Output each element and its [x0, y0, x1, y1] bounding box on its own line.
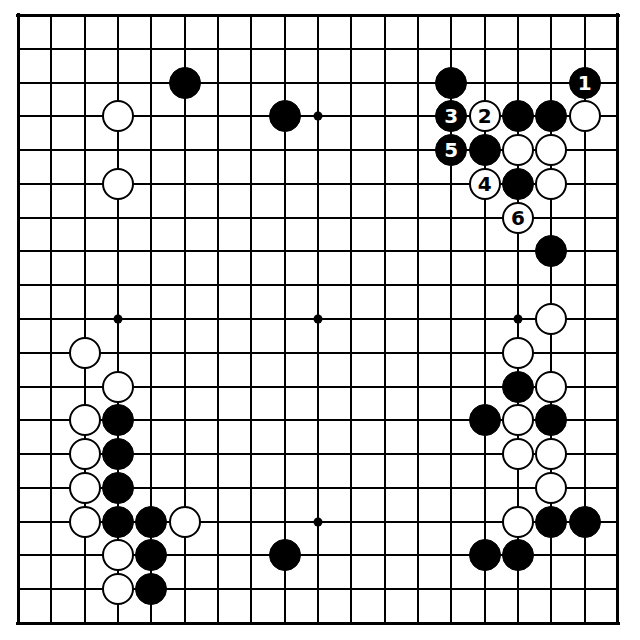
move-number-label: 4: [478, 174, 492, 194]
stone-black: [502, 371, 534, 403]
stone-white: [102, 100, 134, 132]
stone-black: [469, 539, 501, 571]
stone-white-move-4: 4: [469, 168, 501, 200]
stone-white: [502, 134, 534, 166]
stone-black: [569, 506, 601, 538]
stone-black: [269, 539, 301, 571]
stone-black-move-1: 1: [569, 67, 601, 99]
stone-white: [502, 438, 534, 470]
stone-black: [535, 506, 567, 538]
stone-black: [135, 506, 167, 538]
grid-line-vertical-11: [384, 14, 386, 624]
stone-black: [102, 506, 134, 538]
stone-black: [535, 235, 567, 267]
stone-white: [69, 404, 101, 436]
stone-black: [435, 67, 467, 99]
star-point: [313, 315, 322, 324]
stone-white: [535, 371, 567, 403]
stone-black: [169, 67, 201, 99]
star-point: [313, 112, 322, 121]
stone-black: [535, 100, 567, 132]
star-point: [313, 517, 322, 526]
stone-white: [535, 472, 567, 504]
stone-black: [269, 100, 301, 132]
stone-black: [469, 404, 501, 436]
move-number-label: 3: [444, 106, 458, 126]
stone-black: [102, 404, 134, 436]
stone-black-move-3: 3: [435, 100, 467, 132]
stone-white: [502, 506, 534, 538]
stone-white: [102, 573, 134, 605]
stone-black: [102, 472, 134, 504]
stone-black: [135, 573, 167, 605]
stone-white: [69, 472, 101, 504]
stone-white: [535, 303, 567, 335]
star-point: [513, 315, 522, 324]
stone-white: [535, 134, 567, 166]
move-number-label: 2: [478, 106, 492, 126]
stone-white: [502, 404, 534, 436]
stone-white: [102, 539, 134, 571]
stone-white: [69, 506, 101, 538]
stone-white: [102, 168, 134, 200]
stone-white: [102, 371, 134, 403]
stone-black: [535, 404, 567, 436]
stone-white-move-2: 2: [469, 100, 501, 132]
stone-white-move-6: 6: [502, 202, 534, 234]
stone-black: [502, 168, 534, 200]
move-number-label: 1: [578, 73, 592, 93]
go-board-grid: 132546: [18, 15, 618, 623]
stone-black: [102, 438, 134, 470]
stone-black-move-5: 5: [435, 134, 467, 166]
stone-black: [502, 539, 534, 571]
move-number-label: 6: [511, 208, 525, 228]
stone-black: [502, 100, 534, 132]
stone-white: [535, 438, 567, 470]
grid-line-vertical-12: [417, 14, 419, 624]
stone-black: [469, 134, 501, 166]
stone-white: [69, 337, 101, 369]
stone-white: [502, 337, 534, 369]
stone-white: [69, 438, 101, 470]
go-board: 132546: [0, 0, 640, 640]
grid-line-vertical-10: [350, 14, 352, 624]
stone-white: [535, 168, 567, 200]
star-point: [113, 315, 122, 324]
move-number-label: 5: [444, 140, 458, 160]
stone-black: [135, 539, 167, 571]
stone-white: [569, 100, 601, 132]
grid-line-horizontal-18: [16, 622, 620, 625]
stone-white: [169, 506, 201, 538]
grid-line-vertical-18: [616, 13, 619, 625]
